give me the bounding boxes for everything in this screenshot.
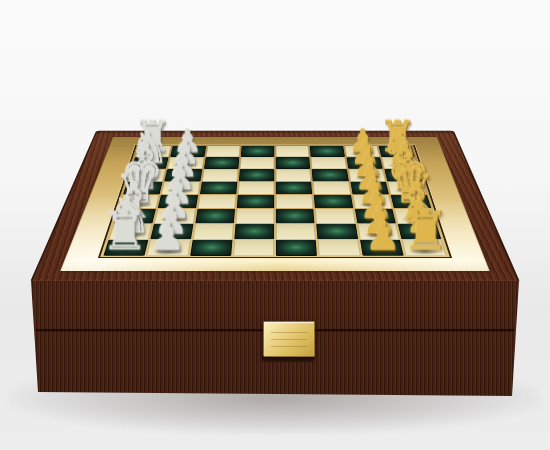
square-e6[interactable] [313, 182, 351, 195]
silver-rook-a1[interactable]: ♜ [100, 206, 148, 255]
square-g5[interactable] [276, 157, 311, 168]
square-f5[interactable] [276, 169, 311, 181]
gold-pawn-a7[interactable]: ♟ [365, 219, 401, 256]
square-d5[interactable] [276, 195, 314, 208]
square-b6[interactable] [316, 224, 357, 239]
square-e5[interactable] [276, 182, 312, 195]
square-a2[interactable]: ♟ [147, 240, 191, 256]
square-e4[interactable] [238, 182, 274, 195]
square-b5[interactable] [276, 224, 316, 239]
box-lid-top-wood-rim: ♜♟♟♜♞♟♟♞♝♟♟♝♚♟♟♚♛♟♟♛♝♟♟♝♞♟♟♞♜♟♟♜ [30, 131, 520, 282]
gold-rook-a8[interactable]: ♜ [402, 206, 450, 255]
square-g6[interactable] [311, 157, 346, 168]
square-g4[interactable] [240, 157, 275, 168]
square-b3[interactable] [192, 224, 233, 239]
square-g3[interactable] [204, 157, 239, 168]
square-a7[interactable]: ♟ [360, 240, 404, 256]
square-b4[interactable] [234, 224, 274, 239]
chess-board: ♜♟♟♜♞♟♟♞♝♟♟♝♚♟♟♚♛♟♟♛♝♟♟♝♞♟♟♞♜♟♟♜ [98, 145, 452, 258]
square-d3[interactable] [197, 195, 236, 208]
square-d6[interactable] [314, 195, 353, 208]
square-h4[interactable] [241, 146, 275, 157]
clasp-engraving [271, 330, 307, 348]
square-c4[interactable] [235, 209, 274, 223]
square-h6[interactable] [310, 146, 344, 157]
square-f3[interactable] [202, 169, 238, 181]
square-d4[interactable] [237, 195, 275, 208]
square-c5[interactable] [276, 209, 315, 223]
square-c6[interactable] [315, 209, 355, 223]
square-c3[interactable] [195, 209, 235, 223]
silver-pawn-a2[interactable]: ♟ [149, 219, 185, 256]
square-a8[interactable]: ♜ [401, 240, 446, 256]
square-a1[interactable]: ♜ [103, 240, 148, 256]
square-a5[interactable] [276, 240, 317, 256]
square-h5[interactable] [276, 146, 310, 157]
clasp [263, 321, 315, 357]
square-a6[interactable] [318, 240, 361, 256]
square-e3[interactable] [200, 182, 238, 195]
scene: ♜♟♟♜♞♟♟♞♝♟♟♝♚♟♟♚♛♟♟♛♝♟♟♝♞♟♟♞♜♟♟♜ [0, 0, 550, 450]
square-f4[interactable] [239, 169, 274, 181]
square-f6[interactable] [312, 169, 348, 181]
square-a4[interactable] [233, 240, 274, 256]
square-h3[interactable] [206, 146, 240, 157]
square-a3[interactable] [190, 240, 233, 256]
